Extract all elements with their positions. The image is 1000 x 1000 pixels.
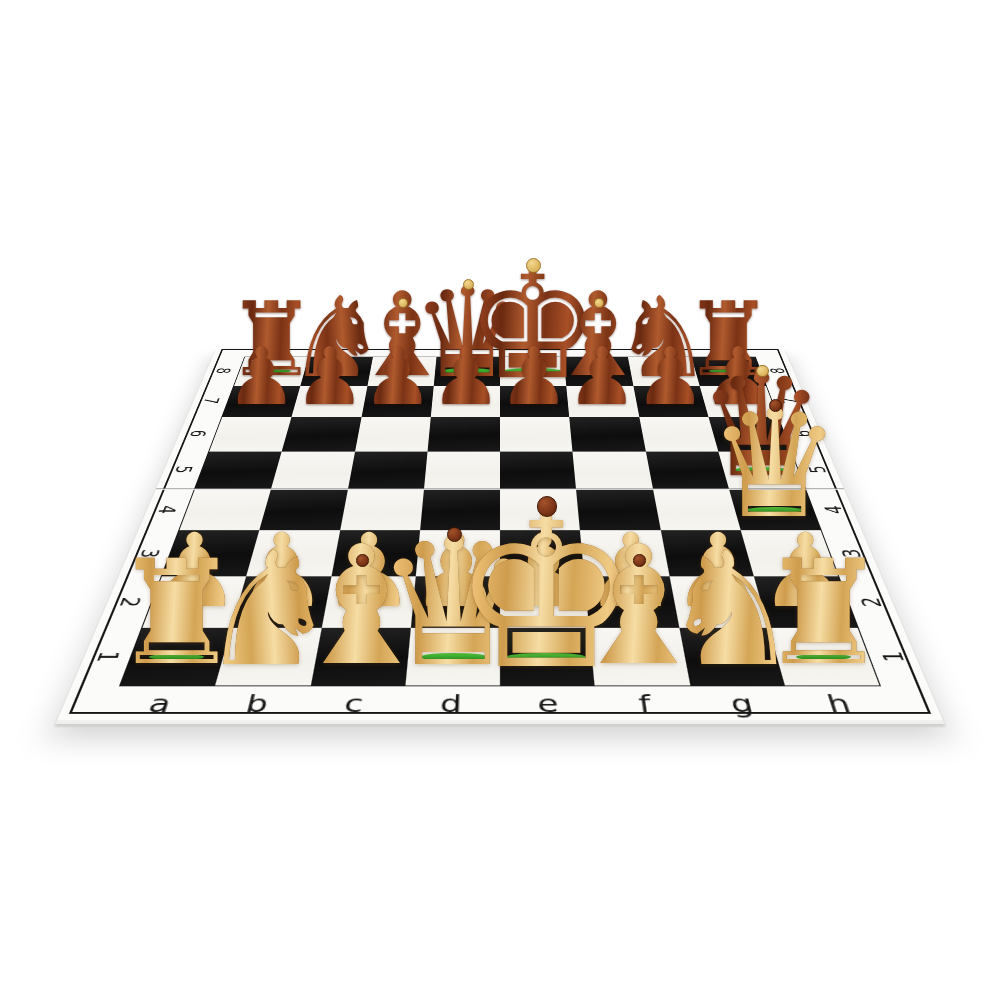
square-b5[interactable]: [271, 451, 354, 489]
finial-f8: [594, 298, 603, 307]
piece-light-rook-h1[interactable]: ♜: [751, 541, 896, 686]
square-c5[interactable]: [348, 451, 428, 489]
finial-e1: [537, 496, 557, 516]
rook-glyph: ♜: [751, 541, 896, 686]
chess-photo-scene: 87654321 87654321 abcdefgh ♜♞♝♛♚♝♞♜♟♟♟♟♟…: [0, 0, 1000, 1000]
rank-label-left-7-text: 7: [198, 398, 223, 404]
rank-label-left-6-text: 6: [184, 430, 210, 437]
finial-h5: [756, 365, 769, 378]
rank-label-left-5-text: 5: [169, 466, 196, 473]
finial-e8: [526, 258, 541, 273]
square-a5[interactable]: [195, 451, 282, 489]
finial-f1: [633, 554, 645, 566]
